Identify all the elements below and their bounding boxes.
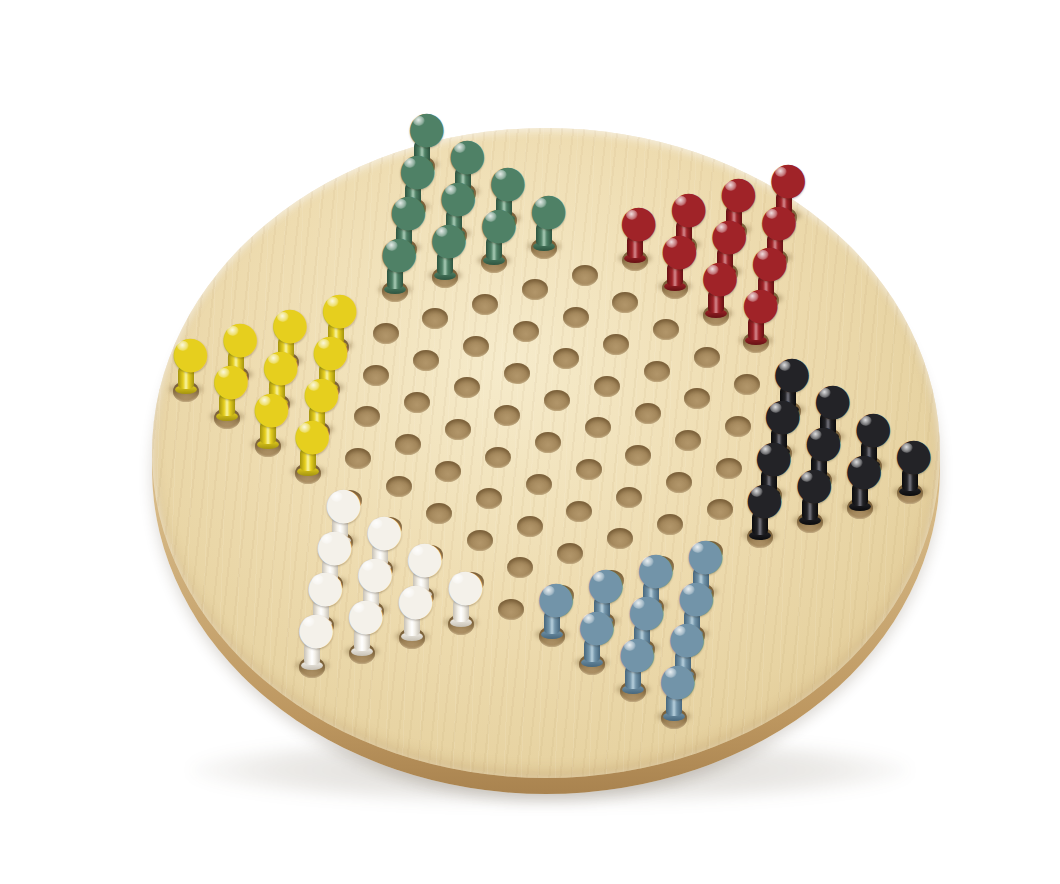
peg-white-r12c1[interactable]: ● [347,601,377,657]
peg-red-r6c9[interactable]: ● [701,263,731,319]
peg-gloss [331,492,343,502]
peg-head-glyph: ● [677,579,707,613]
peg-head-glyph: ● [271,306,301,340]
peg-head-glyph: ● [479,206,509,240]
peg-gloss [665,668,677,678]
peg-gloss [751,487,763,497]
peg-head-glyph: ● [769,161,799,195]
peg-gloss [860,416,872,426]
peg-head-glyph: ● [668,620,698,654]
peg-black-r12c10[interactable]: ● [795,470,825,526]
peg-gloss [445,185,457,195]
peg-head-glyph: ● [347,597,377,631]
peg-black-r12c11[interactable]: ● [845,456,875,512]
peg-gloss [692,543,704,553]
peg-white-r12c2[interactable]: ● [397,586,427,642]
peg-gloss [766,209,778,219]
peg-head-glyph: ● [293,417,323,451]
peg-head-glyph: ● [356,555,386,589]
peg-head-glyph: ● [398,152,428,186]
peg-head-glyph: ● [686,537,716,571]
peg-green-r3c3[interactable]: ● [529,196,559,252]
peg-head-glyph: ● [389,193,419,227]
peg-head-glyph: ● [439,179,469,213]
peg-head-glyph: ● [854,410,884,444]
peg-yellow-r7c0[interactable]: ● [293,421,323,477]
peg-head-glyph: ● [741,286,771,320]
peg-head-glyph: ● [627,593,657,627]
peg-head-glyph: ● [446,568,476,602]
peg-head-glyph: ● [430,221,460,255]
peg-head-glyph: ● [587,566,617,600]
scene: ●●●●●●●●●●●●●●●●●●●●●●●●●●●●●●●●●●●●●●●●… [0,0,1060,884]
peg-gloss [801,472,813,482]
peg-yellow-r4c0[interactable]: ● [171,339,201,395]
pegs-layer: ●●●●●●●●●●●●●●●●●●●●●●●●●●●●●●●●●●●●●●●●… [0,0,1060,884]
peg-head-glyph: ● [529,192,559,226]
peg-head-glyph: ● [537,580,567,614]
peg-head-glyph: ● [448,137,478,171]
peg-head-glyph: ● [804,424,834,458]
peg-black-r12c12[interactable]: ● [895,441,925,497]
peg-red-r7c9[interactable]: ● [741,290,771,346]
peg-green-r3c0[interactable]: ● [380,239,410,295]
peg-green-r3c2[interactable]: ● [479,210,509,266]
peg-head-glyph: ● [315,528,345,562]
peg-blue-r13c0[interactable]: ● [537,584,567,640]
peg-head-glyph: ● [813,382,843,416]
peg-gloss [362,561,374,571]
peg-head-glyph: ● [754,439,784,473]
peg-head-glyph: ● [669,190,699,224]
peg-head-glyph: ● [365,513,395,547]
peg-gloss [707,265,719,275]
peg-gloss [666,238,678,248]
peg-yellow-r5c0[interactable]: ● [212,366,242,422]
peg-white-r12c0[interactable]: ● [297,615,327,671]
peg-head-glyph: ● [660,232,690,266]
peg-gloss [683,585,695,595]
peg-head-glyph: ● [253,390,283,424]
peg-head-glyph: ● [895,437,925,471]
peg-gloss [353,603,365,613]
peg-head-glyph: ● [262,348,292,382]
peg-gloss [259,396,271,406]
peg-head-glyph: ● [845,452,875,486]
peg-gloss [535,198,547,208]
peg-head-glyph: ● [764,397,794,431]
peg-gloss [403,588,415,598]
peg-head-glyph: ● [302,375,332,409]
peg-gloss [404,158,416,168]
peg-green-r3c1[interactable]: ● [430,225,460,281]
peg-gloss [268,354,280,364]
peg-gloss [386,241,398,251]
peg-head-glyph: ● [306,569,336,603]
peg-head-glyph: ● [297,611,327,645]
peg-red-r5c9[interactable]: ● [660,236,690,292]
peg-gloss [851,458,863,468]
peg-gloss [299,423,311,433]
peg-head-glyph: ● [221,320,251,354]
peg-gloss [901,443,913,453]
peg-head-glyph: ● [397,582,427,616]
peg-gloss [318,339,330,349]
peg-head-glyph: ● [760,203,790,237]
peg-gloss [624,641,636,651]
peg-head-glyph: ● [406,540,436,574]
peg-head-glyph: ● [312,333,342,367]
peg-gloss [452,574,464,584]
peg-head-glyph: ● [577,608,607,642]
peg-head-glyph: ● [407,110,437,144]
peg-head-glyph: ● [618,635,648,669]
peg-gloss [277,312,289,322]
peg-head-glyph: ● [171,335,201,369]
peg-head-glyph: ● [636,551,666,585]
peg-black-r12c9[interactable]: ● [745,485,775,541]
peg-gloss [303,617,315,627]
peg-blue-r14c0[interactable]: ● [577,612,607,668]
peg-head-glyph: ● [212,362,242,396]
peg-head-glyph: ● [719,175,749,209]
peg-head-glyph: ● [745,481,775,515]
peg-gloss [770,403,782,413]
peg-blue-r16c0[interactable]: ● [659,666,689,722]
peg-head-glyph: ● [659,662,689,696]
peg-gloss [775,167,787,177]
peg-gloss [436,227,448,237]
peg-head-glyph: ● [701,259,731,293]
peg-head-glyph: ● [773,355,803,389]
peg-blue-r15c0[interactable]: ● [618,639,648,695]
peg-yellow-r6c0[interactable]: ● [253,394,283,450]
peg-gloss [321,534,333,544]
peg-head-glyph: ● [795,466,825,500]
peg-head-glyph: ● [325,486,355,520]
peg-red-r4c9[interactable]: ● [620,208,650,264]
peg-white-r12c3[interactable]: ● [446,572,476,628]
peg-gloss [593,572,605,582]
peg-head-glyph: ● [710,217,740,251]
peg-head-glyph: ● [380,235,410,269]
peg-gloss [583,614,595,624]
